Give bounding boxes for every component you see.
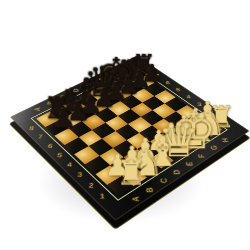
piece-white-pawn: ♟ bbox=[195, 98, 212, 124]
piece-black-knight: ♞ bbox=[57, 84, 73, 116]
rank-label-left-5: 5 bbox=[54, 149, 66, 162]
rank-label-right-7: 7 bbox=[152, 71, 162, 80]
rank-label-left-3: 3 bbox=[74, 168, 86, 182]
chess-set-photo: ♜♞♝♛♚♝♞♜♟♟♟♟♟♟♟♟♟♟♟♟♟♟♟♟♜♞♝♛♚♝♞♜ AABBCCD… bbox=[0, 0, 250, 250]
piece-black-pawn: ♟ bbox=[141, 61, 156, 85]
rank-label-left-4: 4 bbox=[64, 158, 76, 171]
piece-black-king: ♚ bbox=[96, 51, 112, 96]
rank-label-left-1: 1 bbox=[96, 189, 108, 204]
rank-label-left-2: 2 bbox=[85, 178, 97, 192]
rank-label-left-7: 7 bbox=[35, 131, 47, 143]
square-f2: ♟ bbox=[163, 127, 187, 143]
rank-label-left-6: 6 bbox=[44, 140, 56, 152]
square-h7: ♟ bbox=[134, 76, 155, 89]
piece-white-rook: ♜ bbox=[207, 102, 224, 133]
rank-label-left-8: 8 bbox=[26, 122, 38, 133]
piece-black-rook: ♜ bbox=[131, 51, 146, 78]
